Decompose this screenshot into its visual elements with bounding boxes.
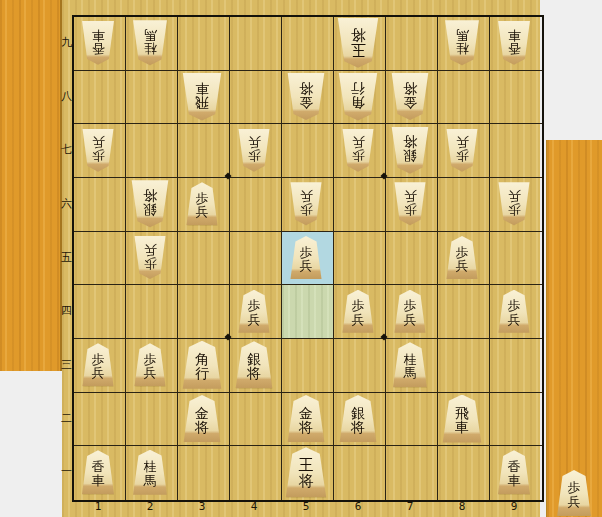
file-label-5: 5 [280,500,332,513]
piece-kanji: 歩兵 [508,299,521,326]
board-square-5-三[interactable] [282,339,334,393]
piece-kanji: 香車 [508,28,521,55]
board-square-8-八[interactable] [438,71,490,125]
board-square-8-三[interactable] [438,339,490,393]
board-square-8-四[interactable] [438,285,490,339]
file-label-2: 2 [124,500,176,513]
board-square-3-四[interactable] [178,285,230,339]
piece-kanji: 金将 [403,81,417,110]
board-square-4-九[interactable] [230,17,282,71]
rank-label-7: 七 [60,142,73,157]
piece-kanji: 歩兵 [456,246,469,273]
board-square-9-三[interactable] [490,339,542,393]
board-square-9-八[interactable] [490,71,542,125]
board-square-1-六[interactable] [74,178,126,232]
rank-label-6: 六 [60,195,73,210]
board-square-8-一[interactable] [438,446,490,500]
piece-kanji: 銀将 [143,188,157,217]
board-square-4-六[interactable] [230,178,282,232]
board-square-1-二[interactable] [74,393,126,447]
left-komadai-panel [0,0,62,371]
piece-kanji: 玉将 [351,26,366,57]
piece-kanji: 歩兵 [508,189,521,216]
file-label-8: 8 [436,500,488,513]
piece-kanji: 角行 [351,81,365,110]
board-square-5-七[interactable] [282,124,334,178]
piece-kanji: 歩兵 [144,353,157,380]
rank-label-9: 九 [60,34,73,49]
board-square-6-六[interactable] [334,178,386,232]
piece-kanji: 歩兵 [300,246,313,273]
piece-kanji: 歩兵 [248,299,261,326]
piece-kanji: 香車 [92,460,105,487]
file-label-4: 4 [228,500,280,513]
board-square-3-七[interactable] [178,124,230,178]
piece-kanji: 歩兵 [92,353,105,380]
rank-label-1: 一 [60,464,73,479]
file-label-6: 6 [332,500,384,513]
board-square-5-四[interactable] [282,285,334,339]
board-square-9-二[interactable] [490,393,542,447]
board-square-1-四[interactable] [74,285,126,339]
piece-kanji: 歩兵 [196,192,209,219]
piece-kanji: 銀将 [403,134,417,163]
board-square-2-二[interactable] [126,393,178,447]
board-square-7-一[interactable] [386,446,438,500]
piece-kanji: 飛車 [195,81,209,110]
piece-kanji: 桂馬 [456,28,469,55]
piece-kanji: 歩兵 [248,135,261,162]
file-label-1: 1 [72,500,124,513]
file-label-3: 3 [176,500,228,513]
board-square-4-一[interactable] [230,446,282,500]
piece-kanji: 香車 [92,28,105,55]
piece-kanji: 歩兵 [352,135,365,162]
piece-kanji: 歩兵 [568,481,581,508]
piece-kanji: 銀将 [247,352,261,381]
board-square-9-七[interactable] [490,124,542,178]
board-square-3-九[interactable] [178,17,230,71]
piece-kanji: 桂馬 [144,460,157,487]
board-square-3-五[interactable] [178,232,230,286]
rank-label-3: 三 [60,356,73,371]
file-label-7: 7 [384,500,436,513]
piece-kanji: 飛車 [455,406,469,435]
rank-label-8: 八 [60,88,73,103]
board-square-6-三[interactable] [334,339,386,393]
piece-kanji: 歩兵 [404,299,417,326]
piece-kanji: 桂馬 [404,353,417,380]
board-square-6-五[interactable] [334,232,386,286]
board-square-1-八[interactable] [74,71,126,125]
board-square-4-八[interactable] [230,71,282,125]
piece-kanji: 歩兵 [352,299,365,326]
board-square-6-一[interactable] [334,446,386,500]
board-square-4-五[interactable] [230,232,282,286]
rank-label-5: 五 [60,249,73,264]
board-square-8-六[interactable] [438,178,490,232]
piece-kanji: 王将 [299,458,314,489]
piece-kanji: 金将 [299,406,313,435]
board-square-7-五[interactable] [386,232,438,286]
piece-kanji: 歩兵 [144,243,157,270]
piece-kanji: 金将 [299,81,313,110]
piece-kanji: 銀将 [351,406,365,435]
right-komadai-panel [546,140,602,517]
board-square-7-二[interactable] [386,393,438,447]
board-square-2-八[interactable] [126,71,178,125]
rank-label-2: 二 [60,410,73,425]
piece-kanji: 金将 [195,406,209,435]
file-label-9: 9 [488,500,540,513]
shogi-app: 九八七六五四三二一123456789 香車桂馬玉将桂馬香車飛車金将角行金将歩兵歩… [0,0,602,517]
piece-kanji: 桂馬 [144,28,157,55]
piece-kanji: 香車 [508,460,521,487]
board-square-3-一[interactable] [178,446,230,500]
piece-kanji: 歩兵 [404,189,417,216]
piece-kanji: 歩兵 [92,135,105,162]
board-square-5-九[interactable] [282,17,334,71]
board-square-1-五[interactable] [74,232,126,286]
board-square-2-七[interactable] [126,124,178,178]
rank-label-4: 四 [60,303,73,318]
board-square-2-四[interactable] [126,285,178,339]
board-square-4-二[interactable] [230,393,282,447]
piece-kanji: 歩兵 [300,189,313,216]
board-square-9-五[interactable] [490,232,542,286]
board-square-7-九[interactable] [386,17,438,71]
piece-kanji: 歩兵 [456,135,469,162]
piece-kanji: 角行 [195,352,209,381]
